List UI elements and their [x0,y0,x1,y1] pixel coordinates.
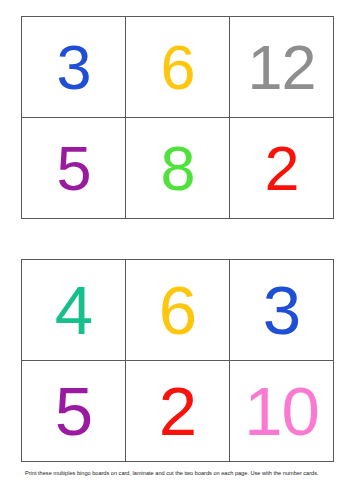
bingo-board-2: 4 6 3 5 2 10 [21,259,334,462]
bingo-cell: 5 [22,361,125,461]
bingo-cell: 8 [126,118,229,218]
cell-number: 8 [160,137,194,200]
bingo-cell: 2 [126,361,229,461]
cell-number: 2 [264,137,298,200]
bingo-cell: 6 [126,260,229,360]
cell-number: 4 [55,276,92,345]
cell-number: 5 [55,377,92,446]
bingo-cell: 10 [230,361,333,461]
bingo-cell: 12 [230,17,333,117]
instructions-caption: Print these multiples bingo boards on ca… [25,470,319,476]
bingo-cell: 6 [126,17,229,117]
bingo-cell: 3 [22,17,125,117]
bingo-cell: 5 [22,118,125,218]
cell-number: 6 [160,36,194,99]
bingo-sheet-page: 3 6 12 5 8 2 4 6 3 5 2 [0,0,354,500]
cell-number: 3 [263,276,300,345]
bingo-cell: 4 [22,260,125,360]
cell-number: 2 [159,377,196,446]
cell-number: 12 [247,36,315,99]
bingo-cell: 2 [230,118,333,218]
cell-number: 10 [244,377,319,446]
bingo-board-1: 3 6 12 5 8 2 [21,16,334,219]
cell-number: 5 [56,137,90,200]
cell-number: 3 [56,36,90,99]
cell-number: 6 [159,276,196,345]
bingo-cell: 3 [230,260,333,360]
